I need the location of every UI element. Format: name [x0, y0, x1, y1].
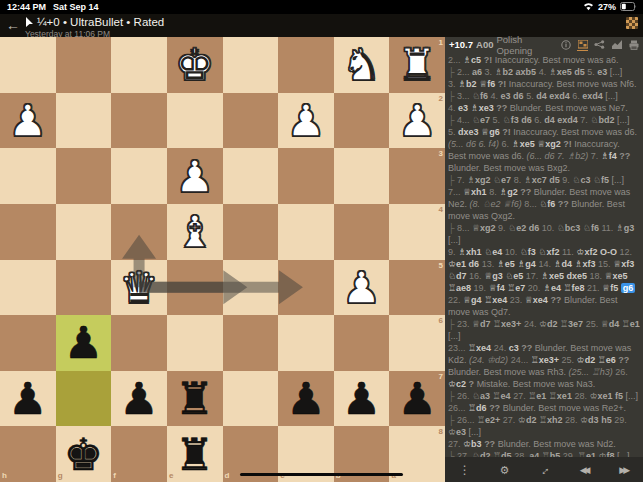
move-token[interactable]: c3: [509, 343, 519, 353]
move-line[interactable]: 26... ♖d6 ?? Blunder. Best move was Re2+…: [448, 402, 640, 414]
square-b6[interactable]: [334, 315, 390, 371]
move-token[interactable]: ♖fe8: [563, 283, 584, 293]
move-token: 8...: [457, 223, 470, 233]
square-d1[interactable]: [223, 37, 279, 93]
move-token[interactable]: ♔e3: [448, 427, 466, 437]
move-token: 10.: [542, 223, 555, 233]
square-e4[interactable]: [167, 204, 223, 260]
app-screen: 12:44 PM Sat Sep 14 27% ← ¼+0 • UltraBul…: [0, 0, 643, 482]
move-token[interactable]: ♕xg2: [472, 223, 496, 233]
move-token[interactable]: ♘e2: [508, 223, 526, 233]
move-token[interactable]: ♕g6: [481, 127, 500, 137]
move-token[interactable]: exd4: [557, 115, 578, 125]
move-token[interactable]: a6: [472, 67, 482, 77]
square-b1[interactable]: [334, 37, 390, 93]
square-a5[interactable]: 5: [389, 260, 445, 316]
move-token: 6.: [534, 115, 542, 125]
move-token: 5.: [526, 91, 534, 101]
square-e6[interactable]: [167, 315, 223, 371]
move-token[interactable]: ♕f4: [489, 283, 505, 293]
move-token: [...]: [448, 331, 461, 341]
move-token[interactable]: ♘f3: [520, 247, 536, 257]
move-token[interactable]: ♔d2: [518, 415, 537, 425]
square-e5[interactable]: [167, 260, 223, 316]
move-token[interactable]: ♘e5: [505, 271, 523, 281]
move-token[interactable]: ♗g3: [616, 223, 635, 233]
square-h6[interactable]: [0, 315, 56, 371]
move-token: 4...: [457, 115, 470, 125]
move-token: 27.: [513, 391, 526, 401]
move-token[interactable]: h5: [601, 415, 612, 425]
move-line[interactable]: ├ 2... a6 3. ♗b2 axb5 4. ♗xe5 d5 5. e3 […: [448, 66, 640, 78]
move-line[interactable]: 27. ♔b3 ?? Blunder. Best move was Nd2.: [448, 438, 640, 450]
square-d3[interactable]: [223, 148, 279, 204]
move-token[interactable]: exd4: [582, 91, 603, 101]
move-token: 2...: [457, 67, 470, 77]
move-token: Inaccuracy. Best move was a6.: [495, 55, 619, 65]
move-token: 5.: [587, 67, 595, 77]
move-token: 22.: [448, 295, 461, 305]
move-token: ├: [448, 115, 454, 125]
move-token: 7.: [580, 115, 588, 125]
board-tab-icon[interactable]: [577, 39, 588, 51]
move-token[interactable]: ♕f5: [602, 283, 618, 293]
move-token[interactable]: dxe5: [566, 271, 587, 281]
square-c3[interactable]: [278, 148, 334, 204]
move-token[interactable]: d6: [469, 259, 480, 269]
move-token[interactable]: ♘f5: [593, 175, 609, 185]
move-token[interactable]: ♔b3: [463, 439, 482, 449]
move-token[interactable]: ♗xe5: [512, 139, 535, 149]
move-token[interactable]: ♘f6: [583, 223, 599, 233]
move-line[interactable]: ├ 26... ♖e2+ 27. ♔d2 ♖xh2 28. ♔d3 h5 29.…: [448, 414, 640, 438]
move-token: 28.: [565, 415, 578, 425]
square-f5[interactable]: [111, 260, 167, 316]
rank-label: 4: [439, 206, 443, 214]
move-token[interactable]: ♗d4: [553, 259, 572, 269]
move-token: 7.: [457, 175, 465, 185]
square-f2[interactable]: [111, 93, 167, 149]
move-token[interactable]: d6: [521, 115, 532, 125]
square-a3[interactable]: 3: [389, 148, 445, 204]
square-f7[interactable]: [111, 371, 167, 427]
move-token: 26.: [615, 367, 628, 377]
move-token: Inaccuracy. Best move was Nf6.: [509, 79, 637, 89]
eval-score: +10.7: [449, 39, 473, 50]
move-token[interactable]: ♔xf2: [576, 247, 597, 257]
move-token: 3.: [484, 67, 492, 77]
square-g4[interactable]: [56, 204, 112, 260]
move-token[interactable]: ♘a3: [472, 391, 490, 401]
back-button[interactable]: ←: [6, 17, 20, 33]
move-token: (25... ♖h3): [569, 367, 613, 377]
rank-label: 6: [439, 317, 443, 325]
move-token: [...]: [626, 391, 639, 401]
move-token[interactable]: ♘xf2: [538, 247, 559, 257]
move-token: [...]: [469, 427, 482, 437]
move-token: 6.: [572, 91, 580, 101]
move-token[interactable]: ♖e1: [622, 319, 640, 329]
move-token[interactable]: ♘bd2: [590, 115, 614, 125]
move-token: 23...: [448, 343, 466, 353]
move-token[interactable]: ♕xe5: [605, 271, 628, 281]
square-e2[interactable]: [167, 93, 223, 149]
move-token: 8...: [524, 199, 537, 209]
move-token: ?: [469, 379, 475, 389]
square-f6[interactable]: [111, 315, 167, 371]
move-token[interactable]: d5: [549, 175, 560, 185]
move-token[interactable]: ♗g4: [517, 259, 536, 269]
move-token[interactable]: ♗f4: [601, 151, 617, 161]
move-token: 29.: [614, 415, 627, 425]
move-token: (24. ♔d2): [469, 355, 508, 365]
move-token: 28.: [574, 391, 587, 401]
move-token: [...]: [448, 235, 461, 245]
move-token[interactable]: ♕xf3: [613, 259, 634, 269]
rank-label: 7: [439, 373, 443, 381]
move-token[interactable]: ♗xg2: [467, 175, 491, 185]
square-h4[interactable]: [0, 204, 56, 260]
move-line[interactable]: 2... ♗c5 ?! Inaccuracy. Best move was a6…: [448, 54, 640, 66]
square-h7[interactable]: [0, 371, 56, 427]
move-token: 4.: [448, 103, 456, 113]
move-token: 9.: [562, 175, 570, 185]
move-token: 4.: [539, 67, 547, 77]
move-token[interactable]: ♗e5: [497, 259, 515, 269]
square-d5[interactable]: [223, 260, 279, 316]
move-token[interactable]: ♔e1: [448, 259, 466, 269]
square-c5[interactable]: [278, 260, 334, 316]
move-token: 11.: [562, 247, 574, 257]
move-token: 3.: [448, 79, 456, 89]
battery-icon: [620, 2, 637, 13]
move-token: (8. ♘e2 ♕f6): [470, 199, 522, 209]
move-token[interactable]: ♗xe3: [471, 103, 494, 113]
square-g8[interactable]: g: [56, 426, 112, 482]
square-b7[interactable]: [334, 371, 390, 427]
move-token: Blunder. Best move was Ne7.: [510, 103, 628, 113]
move-token: ?!: [484, 55, 493, 65]
move-token[interactable]: d4: [536, 91, 547, 101]
current-move[interactable]: g6: [621, 283, 636, 293]
settings-button[interactable]: ⚙: [494, 464, 514, 476]
move-token: 7.: [591, 151, 599, 161]
move-token: 25.: [586, 319, 599, 329]
move-token: ?!: [563, 139, 572, 149]
square-d7[interactable]: [223, 371, 279, 427]
square-a2[interactable]: 2: [389, 93, 445, 149]
fast-backward-button[interactable]: ◀◀: [574, 464, 594, 476]
square-d4[interactable]: [223, 204, 279, 260]
move-token: 18.: [590, 271, 603, 281]
move-token[interactable]: ♕d7: [472, 319, 491, 329]
square-g6[interactable]: [56, 315, 112, 371]
move-token[interactable]: ♘f3: [503, 115, 519, 125]
move-token[interactable]: ♗xe5: [549, 67, 572, 77]
move-token[interactable]: ♖3e7: [560, 319, 583, 329]
engine-lines-icon[interactable]: [594, 39, 605, 50]
move-token[interactable]: ♖xe4: [484, 295, 507, 305]
move-token[interactable]: ♗b2: [458, 79, 477, 89]
analysis-toolbar: ⋮ ⚙ ↔ ◀◀ ▶▶: [445, 457, 643, 482]
move-token[interactable]: ♕xh1: [463, 187, 487, 197]
move-token[interactable]: ♖e6: [598, 355, 616, 365]
move-token[interactable]: ♖e2+: [477, 415, 500, 425]
move-token: ??: [550, 295, 561, 305]
ultrabullet-icon: [25, 13, 34, 31]
square-f1[interactable]: [111, 37, 167, 93]
move-line[interactable]: ├ 26. ♘a3 ♖e4 27. ♖e1 ♖xe1 28. ♔xe1 f5 […: [448, 390, 640, 402]
move-token: ├: [448, 391, 454, 401]
move-token: 26.: [457, 391, 470, 401]
move-token: ?!: [498, 79, 507, 89]
square-b3[interactable]: [334, 148, 390, 204]
eco-code: A00: [476, 39, 493, 50]
move-line[interactable]: ├ 23. ♕d7 ♖xe3+ 24. ♔d2 ♖3e7 25. ♕d4 ♖e1…: [448, 318, 640, 342]
square-d2[interactable]: [223, 93, 279, 149]
move-token: 24.: [494, 343, 507, 353]
file-label: d: [225, 472, 230, 480]
move-token[interactable]: ♗xe5: [541, 271, 564, 281]
square-a4[interactable]: 4: [389, 204, 445, 260]
square-c4[interactable]: [278, 204, 334, 260]
expand-button[interactable]: ↔: [534, 464, 554, 476]
move-token[interactable]: ♕g4: [463, 295, 482, 305]
move-token[interactable]: ♕f6: [479, 79, 495, 89]
move-token: 8.: [514, 175, 522, 185]
move-token: 13.: [482, 259, 495, 269]
square-g3[interactable]: [56, 148, 112, 204]
board-theme-icon[interactable]: [626, 17, 638, 29]
move-token: 6.: [502, 139, 510, 149]
square-e1[interactable]: [167, 37, 223, 93]
move-token[interactable]: ♖xe1: [549, 391, 572, 401]
move-token: ??: [520, 187, 531, 197]
move-token: ├: [448, 175, 454, 185]
file-label: f: [113, 472, 116, 480]
square-h1[interactable]: [0, 37, 56, 93]
square-f4[interactable]: [111, 204, 167, 260]
move-token: 26...: [457, 415, 475, 425]
square-h5[interactable]: [0, 260, 56, 316]
file-label: g: [58, 472, 63, 480]
move-token[interactable]: ♖xe4: [468, 343, 491, 353]
move-token[interactable]: d4: [544, 115, 555, 125]
move-token: 4.: [491, 91, 499, 101]
wifi-icon: [583, 2, 594, 13]
move-token: 7...: [448, 187, 461, 197]
move-token: [...]: [610, 67, 623, 77]
square-e8[interactable]: e: [167, 426, 223, 482]
move-token: Blunder. Best move was Bxg2.: [448, 163, 570, 173]
move-token: ??: [619, 151, 630, 161]
move-token: 21.: [587, 283, 600, 293]
move-token: 10.: [505, 247, 518, 257]
square-g1[interactable]: [56, 37, 112, 93]
move-line[interactable]: 3. ♗b2 ♕f6 ?! Inaccuracy. Best move was …: [448, 78, 640, 90]
analysis-header: +10.7 A00 Polish Opening: [445, 37, 643, 52]
move-token: ├: [448, 67, 454, 77]
square-c7[interactable]: [278, 371, 334, 427]
move-token: ├: [448, 415, 454, 425]
square-g7[interactable]: [56, 371, 112, 427]
move-token: ?!: [502, 127, 511, 137]
move-token[interactable]: O-O: [600, 247, 617, 257]
move-token: 16.: [469, 271, 482, 281]
move-token: Mistake. Best move was Na3.: [477, 379, 596, 389]
move-token: (6... d6 7. ♗b2): [527, 151, 589, 161]
move-token[interactable]: ♘c3: [572, 175, 590, 185]
chart-icon[interactable]: [611, 39, 622, 50]
move-token[interactable]: ♕xe4: [525, 295, 548, 305]
move-token[interactable]: ♗e4: [543, 283, 561, 293]
move-token: 26...: [448, 403, 466, 413]
square-g2[interactable]: [56, 93, 112, 149]
move-line[interactable]: ├ 3... ♘f6 4. e3 d6 5. d4 exd4 6. exd4 […: [448, 90, 640, 102]
move-token[interactable]: ♕xg2: [537, 139, 561, 149]
menu-button[interactable]: ⋮: [455, 464, 475, 476]
move-token[interactable]: dxe3: [458, 127, 479, 137]
square-h3[interactable]: [0, 148, 56, 204]
square-g5[interactable]: [56, 260, 112, 316]
square-f3[interactable]: [111, 148, 167, 204]
square-c2[interactable]: [278, 93, 334, 149]
battery-percent: 27%: [598, 2, 616, 12]
move-token[interactable]: ♖xe3+: [493, 319, 521, 329]
move-token: ??: [484, 439, 495, 449]
square-c1[interactable]: [278, 37, 334, 93]
move-token[interactable]: ♖e4: [493, 391, 511, 401]
move-token[interactable]: ♘f6: [472, 91, 488, 101]
square-e3[interactable]: [167, 148, 223, 204]
home-indicator[interactable]: [240, 473, 403, 476]
move-token[interactable]: ♘d7: [448, 271, 467, 281]
move-token[interactable]: ♗g2: [499, 187, 518, 197]
move-token: ??: [521, 343, 532, 353]
move-line[interactable]: 23... ♖xe4 24. c3 ?? Blunder. Best move …: [448, 342, 640, 390]
move-token: ├: [448, 91, 454, 101]
move-token[interactable]: ♔d2: [539, 319, 558, 329]
move-token: 17.: [526, 271, 539, 281]
move-token[interactable]: d6: [513, 91, 524, 101]
move-token[interactable]: ♖ae8: [448, 283, 471, 293]
move-token: 24.: [524, 319, 537, 329]
move-token: Inaccuracy. Best move was d6.: [513, 127, 637, 137]
move-token: ├: [448, 319, 454, 329]
move-token[interactable]: ♗b2: [495, 67, 514, 77]
move-token[interactable]: ♘e4: [484, 247, 502, 257]
move-token[interactable]: ♖e1: [528, 391, 546, 401]
move-token: ??: [618, 355, 629, 365]
file-label: h: [2, 472, 7, 480]
move-token: 2...: [448, 55, 461, 65]
square-b2[interactable]: [334, 93, 390, 149]
square-a7[interactable]: 7: [389, 371, 445, 427]
square-b5[interactable]: [334, 260, 390, 316]
square-h8[interactable]: h: [0, 426, 56, 482]
square-a6[interactable]: 6: [389, 315, 445, 371]
analysis-panel: +10.7 A00 Polish Opening: [445, 37, 643, 482]
move-token: 27.: [448, 439, 461, 449]
square-f8[interactable]: f: [111, 426, 167, 482]
print-icon[interactable]: [628, 39, 639, 50]
move-token[interactable]: ♕g3: [484, 271, 503, 281]
move-token[interactable]: ♘f6: [539, 199, 555, 209]
move-token[interactable]: exd4: [549, 91, 570, 101]
move-line[interactable]: ├ 8... ♕xg2 9. ♘e2 d6 10. ♘bc3 ♘f6 11. ♗…: [448, 222, 640, 246]
move-token[interactable]: ♗c5: [463, 55, 481, 65]
move-token[interactable]: ♖d6: [468, 403, 487, 413]
move-token[interactable]: d6: [529, 223, 540, 233]
move-token: 24...: [511, 355, 529, 365]
move-token[interactable]: ♘e7: [472, 115, 490, 125]
square-e7[interactable]: [167, 371, 223, 427]
move-line[interactable]: ├ 7. ♗xg2 ♘e7 8. ♗xc7 d5 9. ♘c3 ♘f5 [...…: [448, 174, 640, 186]
move-token[interactable]: ♘e7: [493, 175, 511, 185]
move-token[interactable]: d5: [574, 67, 585, 77]
move-token: 9.: [498, 223, 506, 233]
move-token[interactable]: ♖xh2: [539, 415, 563, 425]
move-token: 20.: [528, 283, 541, 293]
move-token[interactable]: ♖xe3+: [531, 355, 559, 365]
move-token: ??: [558, 199, 569, 209]
move-token: (5... d6 6. f4): [448, 139, 499, 149]
move-token[interactable]: ♔c2: [448, 379, 466, 389]
move-token: 25.: [562, 355, 575, 365]
move-token[interactable]: f5: [615, 391, 623, 401]
status-bar: 12:44 PM Sat Sep 14 27%: [0, 0, 643, 14]
move-token[interactable]: ♗xc7: [524, 175, 547, 185]
square-h2[interactable]: [0, 93, 56, 149]
move-token: [...]: [612, 175, 625, 185]
move-line[interactable]: ├ 4... ♘e7 5. ♘f3 d6 6. d4 exd4 7. ♘bd2 …: [448, 114, 640, 126]
file-label: e: [169, 472, 173, 480]
game-title: ¼+0 • UltraBullet • Rated: [37, 16, 164, 28]
move-line[interactable]: 9. ♗xh1 ♘e4 10. ♘f3 ♘xf2 11. ♔xf2 O-O 12…: [448, 246, 640, 318]
square-d6[interactable]: [223, 315, 279, 371]
move-token[interactable]: ♗xh1: [458, 247, 482, 257]
move-token[interactable]: ♖e7: [507, 283, 525, 293]
fast-forward-button[interactable]: ▶▶: [613, 464, 633, 476]
move-token[interactable]: ♘bc3: [557, 223, 581, 233]
info-icon[interactable]: [560, 39, 571, 50]
move-token[interactable]: e3: [458, 103, 468, 113]
move-token[interactable]: ♗xf3: [575, 259, 596, 269]
move-line[interactable]: 4. e3 ♗xe3 ?? Blunder. Best move was Ne7…: [448, 102, 640, 114]
move-token: Blunder. Best move was Re2+.: [503, 403, 626, 413]
move-token: ??: [496, 103, 507, 113]
move-line[interactable]: 7... ♕xh1 8. ♗g2 ?? Blunder. Best move w…: [448, 186, 640, 222]
fast-backward-icon: ◀◀: [580, 464, 588, 476]
move-line[interactable]: 5. dxe3 ♕g6 ?! Inaccuracy. Best move was…: [448, 126, 640, 174]
square-c6[interactable]: [278, 315, 334, 371]
move-token[interactable]: ♔xe1: [589, 391, 612, 401]
move-token: Blunder. Best move was Nd2.: [498, 439, 616, 449]
square-b4[interactable]: [334, 204, 390, 260]
move-token: 3...: [457, 91, 470, 101]
move-token[interactable]: e3: [597, 67, 607, 77]
move-token[interactable]: e3: [501, 91, 511, 101]
square-a1[interactable]: 1: [389, 37, 445, 93]
move-token[interactable]: ♕d4: [601, 319, 620, 329]
rank-label: 2: [439, 95, 443, 103]
fast-forward-icon: ▶▶: [619, 464, 627, 476]
move-token[interactable]: ♔d3: [580, 415, 599, 425]
move-token: 19.: [474, 283, 487, 293]
move-token[interactable]: ♔d2: [577, 355, 596, 365]
move-token: 15.: [598, 259, 611, 269]
move-token[interactable]: axb5: [516, 67, 537, 77]
